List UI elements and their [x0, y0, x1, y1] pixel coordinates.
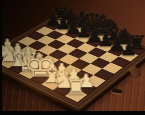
- letterbox-left: [0, 0, 2, 115]
- piece-white-rook-h1[interactable]: ♜: [59, 78, 94, 95]
- letterbox-bottom: [0, 111, 145, 115]
- chess-photo-scene: ♜♞♝♛♚♝♞♜♟♟♟♟♟♟♟♟♟♟♟♟♟♟♟♟♜♞♝♛♚♝♞♜: [0, 0, 145, 115]
- perspective-stage: ♜♞♝♛♚♝♞♜♟♟♟♟♟♟♟♟♟♟♟♟♟♟♟♟♜♞♝♛♚♝♞♜: [0, 0, 145, 115]
- piece-black-pawn-h7[interactable]: ♟: [113, 42, 144, 56]
- chessboard: ♜♞♝♛♚♝♞♜♟♟♟♟♟♟♟♟♟♟♟♟♟♟♟♟♜♞♝♛♚♝♞♜: [0, 13, 145, 109]
